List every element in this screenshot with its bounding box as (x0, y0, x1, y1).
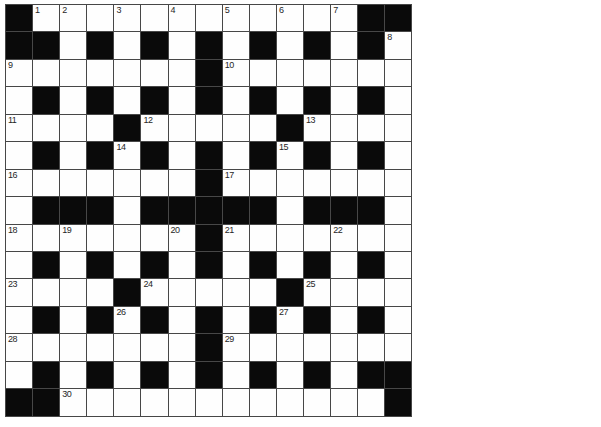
cell-r12c14[interactable] (385, 334, 411, 360)
black-cell-r3c5 (141, 87, 167, 113)
cell-r0c10[interactable]: 6 (277, 5, 303, 31)
cell-r13c6[interactable] (169, 362, 195, 388)
cell-r4c12[interactable] (331, 115, 357, 141)
cell-r4c1[interactable] (33, 115, 59, 141)
black-cell-r3c3 (87, 87, 113, 113)
black-cell-r4c4 (114, 115, 140, 141)
cell-r10c2[interactable] (60, 279, 86, 305)
cell-r8c9[interactable] (250, 225, 276, 251)
black-cell-r1c1 (33, 32, 59, 58)
cell-r2c12[interactable] (331, 60, 357, 86)
black-cell-r3c13 (358, 87, 384, 113)
cell-r4c3[interactable] (87, 115, 113, 141)
cell-r1c14[interactable]: 8 (385, 32, 411, 58)
clue-number-5: 5 (225, 5, 230, 15)
black-cell-r0c14 (385, 5, 411, 31)
cell-r14c6[interactable] (169, 389, 195, 415)
black-cell-r7c11 (304, 197, 330, 223)
cell-r2c9[interactable] (250, 60, 276, 86)
cell-r2c6[interactable] (169, 60, 195, 86)
black-cell-r7c5 (141, 197, 167, 223)
cell-r11c2[interactable] (60, 307, 86, 333)
cell-r12c12[interactable] (331, 334, 357, 360)
clue-number-12: 12 (143, 115, 152, 125)
cell-r4c9[interactable] (250, 115, 276, 141)
cell-r12c3[interactable] (87, 334, 113, 360)
cell-r6c2[interactable] (60, 170, 86, 196)
cell-r14c2[interactable]: 30 (60, 389, 86, 415)
cell-r2c3[interactable] (87, 60, 113, 86)
cell-r4c7[interactable] (196, 115, 222, 141)
black-cell-r5c13 (358, 142, 384, 168)
cell-r5c8[interactable] (223, 142, 249, 168)
clue-number-24: 24 (143, 279, 152, 289)
cell-r0c5[interactable] (141, 5, 167, 31)
cell-r11c14[interactable] (385, 307, 411, 333)
black-cell-r7c3 (87, 197, 113, 223)
clue-number-11: 11 (8, 115, 16, 125)
black-cell-r1c13 (358, 32, 384, 58)
cell-r2c2[interactable] (60, 60, 86, 86)
clue-number-22: 22 (333, 225, 342, 235)
cell-r3c8[interactable] (223, 87, 249, 113)
black-cell-r1c0 (6, 32, 32, 58)
cell-r5c4[interactable]: 14 (114, 142, 140, 168)
cell-r1c2[interactable] (60, 32, 86, 58)
black-cell-r3c7 (196, 87, 222, 113)
clue-number-15: 15 (279, 142, 288, 152)
cell-r0c1[interactable]: 1 (33, 5, 59, 31)
cell-r10c6[interactable] (169, 279, 195, 305)
black-cell-r9c13 (358, 252, 384, 278)
black-cell-r13c3 (87, 362, 113, 388)
cell-r14c8[interactable] (223, 389, 249, 415)
cell-r10c1[interactable] (33, 279, 59, 305)
black-cell-r13c5 (141, 362, 167, 388)
clue-number-21: 21 (225, 225, 234, 235)
cell-r2c10[interactable] (277, 60, 303, 86)
clue-number-8: 8 (387, 32, 392, 42)
cell-r14c4[interactable] (114, 389, 140, 415)
black-cell-r13c11 (304, 362, 330, 388)
cell-r10c14[interactable] (385, 279, 411, 305)
cell-r1c4[interactable] (114, 32, 140, 58)
cell-r11c8[interactable] (223, 307, 249, 333)
cell-r0c6[interactable]: 4 (169, 5, 195, 31)
black-cell-r1c11 (304, 32, 330, 58)
cell-r0c12[interactable]: 7 (331, 5, 357, 31)
clue-number-18: 18 (8, 225, 17, 235)
black-cell-r10c4 (114, 279, 140, 305)
cell-r6c5[interactable] (141, 170, 167, 196)
cell-r8c12[interactable]: 22 (331, 225, 357, 251)
cell-r8c10[interactable] (277, 225, 303, 251)
cell-r0c3[interactable] (87, 5, 113, 31)
cell-r8c2[interactable]: 19 (60, 225, 86, 251)
cell-r0c11[interactable] (304, 5, 330, 31)
cell-r3c2[interactable] (60, 87, 86, 113)
cell-r13c12[interactable] (331, 362, 357, 388)
cell-r2c0[interactable]: 9 (6, 60, 32, 86)
cell-r1c10[interactable] (277, 32, 303, 58)
cell-r11c12[interactable] (331, 307, 357, 333)
cell-r1c6[interactable] (169, 32, 195, 58)
cell-r2c11[interactable] (304, 60, 330, 86)
cell-r13c0[interactable] (6, 362, 32, 388)
cell-r11c6[interactable] (169, 307, 195, 333)
page: 1234567891011121314151617181920212223242… (0, 0, 601, 427)
black-cell-r9c9 (250, 252, 276, 278)
cell-r6c10[interactable] (277, 170, 303, 196)
cell-r5c0[interactable] (6, 142, 32, 168)
black-cell-r2c7 (196, 60, 222, 86)
black-cell-r1c5 (141, 32, 167, 58)
cell-r0c8[interactable]: 5 (223, 5, 249, 31)
clue-number-1: 1 (35, 5, 40, 15)
black-cell-r13c7 (196, 362, 222, 388)
black-cell-r7c9 (250, 197, 276, 223)
black-cell-r7c1 (33, 197, 59, 223)
cell-r8c13[interactable] (358, 225, 384, 251)
cell-r2c4[interactable] (114, 60, 140, 86)
cell-r14c7[interactable] (196, 389, 222, 415)
black-cell-r12c7 (196, 334, 222, 360)
black-cell-r7c12 (331, 197, 357, 223)
cell-r12c13[interactable] (358, 334, 384, 360)
black-cell-r5c1 (33, 142, 59, 168)
black-cell-r7c2 (60, 197, 86, 223)
cell-r2c8[interactable]: 10 (223, 60, 249, 86)
black-cell-r6c7 (196, 170, 222, 196)
black-cell-r3c1 (33, 87, 59, 113)
cell-r4c2[interactable] (60, 115, 86, 141)
clue-number-20: 20 (171, 225, 180, 235)
cell-r4c14[interactable] (385, 115, 411, 141)
black-cell-r0c13 (358, 5, 384, 31)
black-cell-r13c1 (33, 362, 59, 388)
cell-r7c14[interactable] (385, 197, 411, 223)
cell-r9c6[interactable] (169, 252, 195, 278)
black-cell-r0c0 (6, 5, 32, 31)
black-cell-r11c11 (304, 307, 330, 333)
black-cell-r11c13 (358, 307, 384, 333)
cell-r10c0[interactable]: 23 (6, 279, 32, 305)
cell-r5c12[interactable] (331, 142, 357, 168)
clue-number-28: 28 (8, 334, 17, 344)
cell-r8c8[interactable]: 21 (223, 225, 249, 251)
cell-r9c4[interactable] (114, 252, 140, 278)
cell-r5c10[interactable]: 15 (277, 142, 303, 168)
cell-r6c12[interactable] (331, 170, 357, 196)
cell-r9c12[interactable] (331, 252, 357, 278)
clue-number-6: 6 (279, 5, 284, 15)
black-cell-r7c6 (169, 197, 195, 223)
cell-r12c9[interactable] (250, 334, 276, 360)
cell-r8c5[interactable] (141, 225, 167, 251)
cell-r10c5[interactable]: 24 (141, 279, 167, 305)
cell-r13c8[interactable] (223, 362, 249, 388)
black-cell-r11c1 (33, 307, 59, 333)
cell-r6c4[interactable] (114, 170, 140, 196)
cell-r13c10[interactable] (277, 362, 303, 388)
black-cell-r11c3 (87, 307, 113, 333)
black-cell-r13c9 (250, 362, 276, 388)
clue-number-30: 30 (62, 389, 71, 399)
cell-r3c14[interactable] (385, 87, 411, 113)
cell-r9c10[interactable] (277, 252, 303, 278)
clue-number-10: 10 (225, 60, 234, 70)
black-cell-r7c8 (223, 197, 249, 223)
black-cell-r1c3 (87, 32, 113, 58)
cell-r14c13[interactable] (358, 389, 384, 415)
black-cell-r10c10 (277, 279, 303, 305)
clue-number-27: 27 (279, 307, 288, 317)
cell-r3c0[interactable] (6, 87, 32, 113)
black-cell-r5c7 (196, 142, 222, 168)
black-cell-r14c14 (385, 389, 411, 415)
cell-r9c8[interactable] (223, 252, 249, 278)
cell-r10c11[interactable]: 25 (304, 279, 330, 305)
clue-number-25: 25 (306, 279, 315, 289)
cell-r13c4[interactable] (114, 362, 140, 388)
cell-r0c4[interactable]: 3 (114, 5, 140, 31)
cell-r12c4[interactable] (114, 334, 140, 360)
cell-r12c6[interactable] (169, 334, 195, 360)
black-cell-r14c0 (6, 389, 32, 415)
cell-r6c9[interactable] (250, 170, 276, 196)
cell-r11c0[interactable] (6, 307, 32, 333)
cell-r5c14[interactable] (385, 142, 411, 168)
cell-r6c8[interactable]: 17 (223, 170, 249, 196)
cell-r2c5[interactable] (141, 60, 167, 86)
cell-r12c11[interactable] (304, 334, 330, 360)
cell-r8c0[interactable]: 18 (6, 225, 32, 251)
black-cell-r4c10 (277, 115, 303, 141)
black-cell-r5c11 (304, 142, 330, 168)
clue-number-26: 26 (116, 307, 125, 317)
cell-r12c10[interactable] (277, 334, 303, 360)
black-cell-r13c13 (358, 362, 384, 388)
cell-r7c0[interactable] (6, 197, 32, 223)
black-cell-r11c7 (196, 307, 222, 333)
black-cell-r5c9 (250, 142, 276, 168)
clue-number-29: 29 (225, 334, 234, 344)
cell-r1c8[interactable] (223, 32, 249, 58)
cell-r14c5[interactable] (141, 389, 167, 415)
cell-r7c10[interactable] (277, 197, 303, 223)
clue-number-23: 23 (8, 279, 17, 289)
black-cell-r3c9 (250, 87, 276, 113)
cell-r4c8[interactable] (223, 115, 249, 141)
black-cell-r9c1 (33, 252, 59, 278)
cell-r12c5[interactable] (141, 334, 167, 360)
cell-r8c3[interactable] (87, 225, 113, 251)
cell-r6c11[interactable] (304, 170, 330, 196)
clue-number-9: 9 (8, 60, 13, 70)
cell-r1c12[interactable] (331, 32, 357, 58)
cell-r7c4[interactable] (114, 197, 140, 223)
black-cell-r9c5 (141, 252, 167, 278)
cell-r14c3[interactable] (87, 389, 113, 415)
cell-r14c9[interactable] (250, 389, 276, 415)
cell-r0c9[interactable] (250, 5, 276, 31)
cell-r10c3[interactable] (87, 279, 113, 305)
cell-r0c7[interactable] (196, 5, 222, 31)
cell-r3c10[interactable] (277, 87, 303, 113)
cell-r6c6[interactable] (169, 170, 195, 196)
cell-r0c2[interactable]: 2 (60, 5, 86, 31)
cell-r2c13[interactable] (358, 60, 384, 86)
cell-r9c0[interactable] (6, 252, 32, 278)
cell-r4c5[interactable]: 12 (141, 115, 167, 141)
cell-r10c12[interactable] (331, 279, 357, 305)
cell-r9c2[interactable] (60, 252, 86, 278)
black-cell-r5c3 (87, 142, 113, 168)
cell-r8c14[interactable] (385, 225, 411, 251)
cell-r8c6[interactable]: 20 (169, 225, 195, 251)
cell-r6c0[interactable]: 16 (6, 170, 32, 196)
cell-r3c6[interactable] (169, 87, 195, 113)
cell-r3c4[interactable] (114, 87, 140, 113)
clue-number-2: 2 (62, 5, 67, 15)
cell-r11c10[interactable]: 27 (277, 307, 303, 333)
cell-r13c2[interactable] (60, 362, 86, 388)
cell-r8c4[interactable] (114, 225, 140, 251)
cell-r12c1[interactable] (33, 334, 59, 360)
black-cell-r9c11 (304, 252, 330, 278)
cell-r6c3[interactable] (87, 170, 113, 196)
cell-r12c8[interactable]: 29 (223, 334, 249, 360)
cell-r4c11[interactable]: 13 (304, 115, 330, 141)
black-cell-r7c7 (196, 197, 222, 223)
crossword-board: 1234567891011121314151617181920212223242… (5, 4, 412, 417)
cell-r10c8[interactable] (223, 279, 249, 305)
clue-number-7: 7 (333, 5, 338, 15)
black-cell-r5c5 (141, 142, 167, 168)
cell-r14c11[interactable] (304, 389, 330, 415)
cell-r8c11[interactable] (304, 225, 330, 251)
cell-r12c2[interactable] (60, 334, 86, 360)
cell-r6c1[interactable] (33, 170, 59, 196)
clue-number-17: 17 (225, 170, 234, 180)
black-cell-r1c9 (250, 32, 276, 58)
clue-number-4: 4 (171, 5, 176, 15)
cell-r14c12[interactable] (331, 389, 357, 415)
black-cell-r8c7 (196, 225, 222, 251)
black-cell-r9c3 (87, 252, 113, 278)
cell-r14c10[interactable] (277, 389, 303, 415)
black-cell-r13c14 (385, 362, 411, 388)
cell-r5c6[interactable] (169, 142, 195, 168)
cell-r4c13[interactable] (358, 115, 384, 141)
cell-r8c1[interactable] (33, 225, 59, 251)
cell-r9c14[interactable] (385, 252, 411, 278)
clue-number-16: 16 (8, 170, 17, 180)
cell-r5c2[interactable] (60, 142, 86, 168)
cell-r6c13[interactable] (358, 170, 384, 196)
black-cell-r7c13 (358, 197, 384, 223)
cell-r12c0[interactable]: 28 (6, 334, 32, 360)
cell-r3c12[interactable] (331, 87, 357, 113)
cell-r4c0[interactable]: 11 (6, 115, 32, 141)
cell-r6c14[interactable] (385, 170, 411, 196)
cell-r10c9[interactable] (250, 279, 276, 305)
black-cell-r3c11 (304, 87, 330, 113)
clue-number-13: 13 (306, 115, 315, 125)
cell-r11c4[interactable]: 26 (114, 307, 140, 333)
cell-r10c7[interactable] (196, 279, 222, 305)
clue-number-19: 19 (62, 225, 71, 235)
clue-number-14: 14 (116, 142, 125, 152)
black-cell-r14c1 (33, 389, 59, 415)
cell-r4c6[interactable] (169, 115, 195, 141)
black-cell-r1c7 (196, 32, 222, 58)
cell-r10c13[interactable] (358, 279, 384, 305)
black-cell-r11c9 (250, 307, 276, 333)
cell-r2c14[interactable] (385, 60, 411, 86)
clue-number-3: 3 (116, 5, 121, 15)
cell-r2c1[interactable] (33, 60, 59, 86)
black-cell-r9c7 (196, 252, 222, 278)
black-cell-r11c5 (141, 307, 167, 333)
